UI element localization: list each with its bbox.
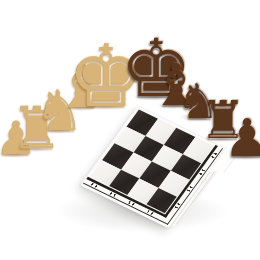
black-pawn-glyph: ♟: [221, 112, 260, 164]
piece-black-pawn: ♟: [221, 112, 260, 164]
chess-set-product-photo: ♟ ♜ ♞ ♝ ♚ ♚ ♝ ♞ ♜ ♟: [0, 0, 260, 260]
